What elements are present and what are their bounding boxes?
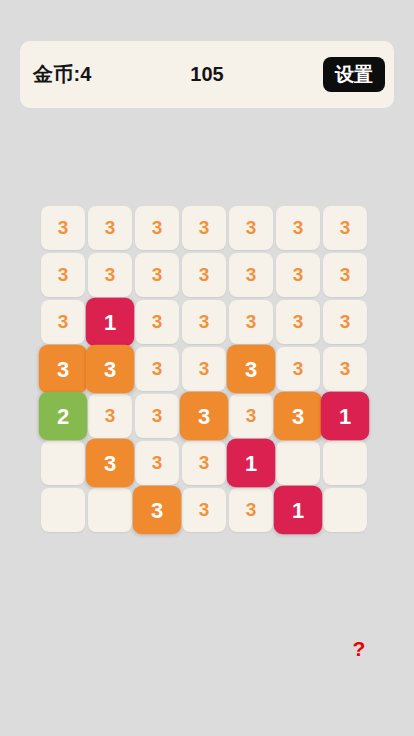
grid-cell[interactable]: 3 xyxy=(182,300,226,344)
grid-cell[interactable]: 3 xyxy=(135,300,179,344)
grid-cell[interactable] xyxy=(323,488,367,532)
grid-cell[interactable]: 3 xyxy=(39,345,87,393)
grid-cell[interactable]: 3 xyxy=(229,253,273,297)
grid-cell[interactable]: 3 xyxy=(274,392,322,440)
grid-cell[interactable]: 3 xyxy=(323,206,367,250)
top-bar: 金币:4 105 设置 xyxy=(20,41,394,108)
grid-cell[interactable]: 3 xyxy=(229,488,273,532)
grid-cell[interactable]: 3 xyxy=(135,347,179,391)
grid-cell[interactable] xyxy=(323,441,367,485)
grid-cell[interactable]: 1 xyxy=(86,298,134,346)
grid-cell[interactable]: 3 xyxy=(135,253,179,297)
grid-cell[interactable]: 3 xyxy=(182,347,226,391)
grid-cell[interactable]: 3 xyxy=(135,206,179,250)
grid-cell[interactable]: 3 xyxy=(88,394,132,438)
grid-cell[interactable] xyxy=(41,441,85,485)
grid-cell[interactable]: 1 xyxy=(274,486,322,534)
grid-cell[interactable]: 3 xyxy=(135,394,179,438)
grid-cell[interactable]: 3 xyxy=(182,441,226,485)
score-value: 105 xyxy=(190,63,223,86)
grid-cell[interactable] xyxy=(41,488,85,532)
grid-cell[interactable]: 3 xyxy=(323,253,367,297)
grid-cell[interactable]: 3 xyxy=(180,392,228,440)
grid-cell[interactable]: 3 xyxy=(88,206,132,250)
grid-cell[interactable]: 3 xyxy=(182,253,226,297)
grid-cell[interactable]: 3 xyxy=(86,345,134,393)
grid-cell[interactable]: 3 xyxy=(276,347,320,391)
grid-cell[interactable]: 3 xyxy=(182,488,226,532)
grid-cell[interactable]: 3 xyxy=(88,253,132,297)
grid-cell[interactable]: 3 xyxy=(229,300,273,344)
grid-cell[interactable] xyxy=(276,441,320,485)
grid-cell[interactable]: 3 xyxy=(323,347,367,391)
grid-cell[interactable]: 3 xyxy=(229,206,273,250)
grid-cell[interactable]: 3 xyxy=(41,300,85,344)
grid-cell[interactable]: 3 xyxy=(86,439,134,487)
grid-cell[interactable]: 3 xyxy=(276,206,320,250)
grid-cell[interactable]: 3 xyxy=(41,206,85,250)
grid-cell[interactable]: 3 xyxy=(227,345,275,393)
grid-cell[interactable]: 3 xyxy=(133,486,181,534)
grid-cell[interactable]: 1 xyxy=(227,439,275,487)
coins-label: 金币:4 xyxy=(33,61,92,88)
grid-cell[interactable]: 3 xyxy=(323,300,367,344)
help-question-mark[interactable]: ? xyxy=(346,637,372,661)
settings-button[interactable]: 设置 xyxy=(323,57,385,92)
grid-cell[interactable]: 2 xyxy=(39,392,87,440)
grid-cell[interactable]: 3 xyxy=(276,253,320,297)
grid-cell[interactable]: 1 xyxy=(321,392,369,440)
grid-cell[interactable]: 3 xyxy=(229,394,273,438)
grid-cell[interactable]: 3 xyxy=(41,253,85,297)
grid-cell[interactable]: 3 xyxy=(276,300,320,344)
grid-cell[interactable]: 3 xyxy=(182,206,226,250)
game-board: 3333333333333331333333333333233333133313… xyxy=(41,206,367,532)
grid-cell[interactable]: 3 xyxy=(135,441,179,485)
grid-cell[interactable] xyxy=(88,488,132,532)
